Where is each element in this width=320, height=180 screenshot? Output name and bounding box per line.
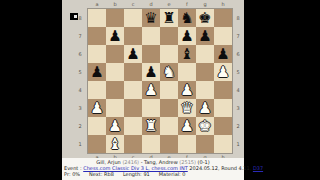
rank-label-6: 6	[75, 45, 85, 63]
square-d1	[142, 135, 160, 153]
square-c3	[124, 99, 142, 117]
square-f8: ♞	[178, 9, 196, 27]
square-h3	[214, 99, 232, 117]
rank-labels-left: 87654321	[75, 9, 85, 153]
square-d4: ♟	[142, 81, 160, 99]
white-king-g2: ♚	[198, 117, 211, 135]
square-c1	[124, 135, 142, 153]
white-pawn-b2: ♟	[108, 117, 121, 135]
rank-label-3: 3	[233, 99, 243, 117]
white-rook-d2: ♜	[144, 117, 157, 135]
video-frame: abcdefgh 87654321 ♛♜♞♚♟♟♟♟♝♟♟♟♞♟♟♟♟♛♟♟♜♟…	[0, 0, 320, 180]
game-info-footer: Gill, Arjun (2416) - Tang, Andrew (2515)…	[62, 158, 244, 180]
square-g1	[196, 135, 214, 153]
square-a5: ♟	[88, 63, 106, 81]
file-label-d: d	[142, 1, 160, 8]
square-g6	[196, 45, 214, 63]
square-g2: ♚	[196, 117, 214, 135]
square-c6: ♟	[124, 45, 142, 63]
event-date-round: 2024.05.12, Round 4.11,	[189, 165, 251, 171]
square-a2	[88, 117, 106, 135]
file-label-h: h	[214, 1, 232, 8]
square-a1	[88, 135, 106, 153]
rank-label-2: 2	[75, 117, 85, 135]
rank-label-1: 1	[75, 135, 85, 153]
black-pawn-b7: ♟	[108, 27, 121, 45]
square-d8: ♛	[142, 9, 160, 27]
square-b3	[106, 99, 124, 117]
diagram-panel: abcdefgh 87654321 ♛♜♞♚♟♟♟♟♝♟♟♟♞♟♟♟♟♛♟♟♜♟…	[62, 0, 244, 180]
black-pawn-d5: ♟	[144, 63, 157, 81]
square-h8	[214, 9, 232, 27]
rank-label-3: 3	[75, 99, 85, 117]
eco-code-link[interactable]: D37	[253, 165, 263, 171]
progress-stat: Pr: 0%	[64, 171, 80, 177]
square-e4	[160, 81, 178, 99]
square-e1	[160, 135, 178, 153]
length-stat: Length: 91	[123, 171, 150, 177]
black-pawn-h6: ♟	[216, 45, 229, 63]
square-b4	[106, 81, 124, 99]
white-pawn-f2: ♟	[180, 117, 193, 135]
file-label-f: f	[178, 1, 196, 8]
white-pawn-d4: ♟	[144, 81, 157, 99]
black-bishop-f6: ♝	[180, 45, 193, 63]
rank-label-8: 8	[75, 9, 85, 27]
white-pawn-g3: ♟	[198, 99, 211, 117]
rank-label-4: 4	[233, 81, 243, 99]
rank-label-4: 4	[75, 81, 85, 99]
square-g5	[196, 63, 214, 81]
square-b6	[106, 45, 124, 63]
square-f4: ♟	[178, 81, 196, 99]
white-pawn-h5: ♟	[216, 63, 229, 81]
black-rook-e8: ♜	[162, 9, 175, 27]
black-pawn-c6: ♟	[126, 45, 139, 63]
square-e7	[160, 27, 178, 45]
file-labels-top: abcdefgh	[88, 1, 232, 8]
square-h7	[214, 27, 232, 45]
black-pawn-f7: ♟	[180, 27, 193, 45]
square-a6	[88, 45, 106, 63]
black-pawn-a5: ♟	[90, 63, 103, 81]
square-c4	[124, 81, 142, 99]
square-d2: ♜	[142, 117, 160, 135]
square-c5	[124, 63, 142, 81]
square-h1	[214, 135, 232, 153]
square-g7: ♟	[196, 27, 214, 45]
square-e3	[160, 99, 178, 117]
square-a7	[88, 27, 106, 45]
square-e8: ♜	[160, 9, 178, 27]
black-pawn-g7: ♟	[198, 27, 211, 45]
square-e6	[160, 45, 178, 63]
square-h5: ♟	[214, 63, 232, 81]
file-label-g: g	[196, 1, 214, 8]
rank-label-1: 1	[233, 135, 243, 153]
file-label-a: a	[88, 1, 106, 8]
square-a8	[88, 9, 106, 27]
stats-line: Pr: 0% Next: Rb8 Length: 91 Material: 0	[64, 171, 244, 177]
black-knight-f8: ♞	[180, 9, 193, 27]
square-d5: ♟	[142, 63, 160, 81]
file-label-b: b	[106, 1, 124, 8]
square-b7: ♟	[106, 27, 124, 45]
square-g3: ♟	[196, 99, 214, 117]
white-queen-f3: ♛	[180, 99, 193, 117]
white-bishop-b1: ♝	[108, 135, 121, 153]
square-d6	[142, 45, 160, 63]
square-h4	[214, 81, 232, 99]
rank-label-2: 2	[233, 117, 243, 135]
file-label-c: c	[124, 1, 142, 8]
white-knight-e5: ♞	[162, 63, 175, 81]
white-pawn-f4: ♟	[180, 81, 193, 99]
square-a4	[88, 81, 106, 99]
rank-label-7: 7	[75, 27, 85, 45]
square-d7	[142, 27, 160, 45]
square-g4	[196, 81, 214, 99]
square-f6: ♝	[178, 45, 196, 63]
square-f2: ♟	[178, 117, 196, 135]
square-b1: ♝	[106, 135, 124, 153]
square-b2: ♟	[106, 117, 124, 135]
rank-labels-right: 87654321	[233, 9, 243, 153]
rank-label-5: 5	[233, 63, 243, 81]
square-e2	[160, 117, 178, 135]
black-queen-d8: ♛	[144, 9, 157, 27]
square-d3	[142, 99, 160, 117]
square-f7: ♟	[178, 27, 196, 45]
square-h6: ♟	[214, 45, 232, 63]
material-stat: Material: 0	[159, 171, 186, 177]
rank-label-8: 8	[233, 9, 243, 27]
square-g8: ♚	[196, 9, 214, 27]
square-b8	[106, 9, 124, 27]
next-move-stat: Next: Rb8	[89, 171, 114, 177]
square-h2	[214, 117, 232, 135]
black-king-g8: ♚	[198, 9, 211, 27]
white-pawn-a3: ♟	[90, 99, 103, 117]
square-f5	[178, 63, 196, 81]
square-c2	[124, 117, 142, 135]
chess-board: ♛♜♞♚♟♟♟♟♝♟♟♟♞♟♟♟♟♛♟♟♜♟♚♝	[88, 9, 232, 153]
square-f1	[178, 135, 196, 153]
square-c7	[124, 27, 142, 45]
square-f3: ♛	[178, 99, 196, 117]
square-b5	[106, 63, 124, 81]
file-label-e: e	[160, 1, 178, 8]
square-a3: ♟	[88, 99, 106, 117]
square-c8	[124, 9, 142, 27]
rank-label-7: 7	[233, 27, 243, 45]
rank-label-5: 5	[75, 63, 85, 81]
rank-label-6: 6	[233, 45, 243, 63]
square-e5: ♞	[160, 63, 178, 81]
